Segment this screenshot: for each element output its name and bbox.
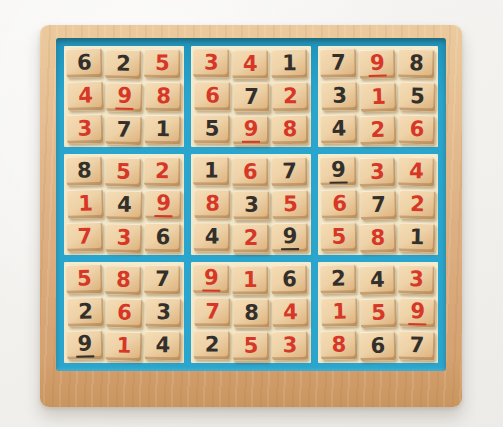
sudoku-tile[interactable]: 4 [67,81,104,111]
sudoku-tile[interactable]: 4 [194,222,230,251]
tile-digit: 2 [244,227,259,248]
tile-digit: 9 [242,118,260,142]
tile-digit: 3 [370,161,385,183]
tile-digit: 3 [156,302,171,324]
sudoku-tile[interactable]: 8 [66,156,103,186]
sudoku-tile[interactable]: 3 [145,298,182,328]
sudoku-tile[interactable]: 5 [144,49,181,79]
tile-digit: 6 [156,227,171,249]
grid-block: 934672581 [318,154,438,255]
tile-digit: 8 [332,334,347,356]
tile-digit: 7 [331,52,346,74]
sudoku-tile[interactable]: 1 [360,82,397,112]
tile-digit: 6 [332,193,347,215]
tile-digit: 8 [116,269,131,291]
sudoku-tile[interactable]: 2 [399,190,436,220]
sudoku-tile[interactable]: 8 [105,265,142,295]
sudoku-tile[interactable]: 6 [399,115,436,145]
sudoku-tile[interactable]: 2 [320,264,357,294]
tile-digit: 8 [244,302,259,323]
tile-digit: 1 [282,53,297,75]
grid-block: 852149736 [64,154,184,255]
tile-digit: 6 [409,119,424,141]
sudoku-tile[interactable]: 2 [233,224,269,253]
grid-block: 625498371 [64,46,184,147]
sudoku-tile[interactable]: 2 [272,82,308,111]
sudoku-tile[interactable]: 1 [321,297,358,327]
tile-digit: 3 [283,335,298,357]
tile-digit: 1 [332,301,347,323]
tile-digit: 8 [409,53,424,75]
tile-digit: 2 [410,194,425,216]
sudoku-tile[interactable]: 1 [232,266,268,295]
tile-digit: 9 [76,332,94,357]
sudoku-tile[interactable]: 7 [320,48,357,78]
tile-digit: 3 [77,118,92,140]
sudoku-tile[interactable]: 4 [359,265,396,295]
sudoku-tile[interactable]: 6 [360,331,397,361]
sudoku-tile[interactable]: 9 [359,49,396,79]
sudoku-tile[interactable]: 7 [106,115,143,145]
tile-digit: 5 [205,118,220,140]
tile-digit: 8 [205,193,220,215]
tile-digit: 1 [371,86,386,108]
tile-digit: 4 [243,53,258,74]
tile-digit: 3 [332,85,347,107]
tile-digit: 9 [281,225,299,250]
tile-digit: 4 [156,335,171,357]
sudoku-tile[interactable]: 6 [106,298,143,328]
sudoku-tile[interactable]: 7 [144,265,181,295]
tile-digit: 4 [117,194,132,216]
tile-digit: 5 [116,161,131,183]
tile-digit: 6 [117,302,132,324]
sudoku-tile[interactable]: 3 [193,48,229,77]
sudoku-tile[interactable]: 1 [67,189,104,219]
tile-digit: 5 [155,53,170,75]
tile-digit: 8 [283,119,298,141]
tile-digit: 4 [205,226,220,248]
tile-digit: 4 [78,85,93,107]
tile-digit: 6 [77,52,92,74]
tile-digit: 6 [243,161,258,182]
sudoku-tile[interactable]: 9 [272,223,308,252]
sudoku-tile[interactable]: 6 [194,81,230,110]
tile-digit: 1 [409,227,424,249]
tile-digit: 2 [331,268,346,290]
sudoku-tile[interactable]: 7 [234,83,270,112]
sudoku-tile[interactable]: 5 [233,332,269,361]
sudoku-tile[interactable]: 6 [145,223,182,253]
sudoku-tile[interactable]: 3 [67,114,104,144]
sudoku-tile[interactable]: 8 [398,49,435,79]
sudoku-tile[interactable]: 2 [194,330,230,359]
tile-digit: 2 [78,301,93,323]
grid-block: 167835429 [191,154,311,255]
tile-digit: 2 [205,334,220,356]
tile-digit: 1 [243,269,258,290]
sudoku-tile[interactable]: 1 [193,156,229,185]
tile-digit: 5 [410,86,425,108]
sudoku-tile[interactable]: 6 [271,265,307,294]
sudoku-tile[interactable]: 5 [399,82,436,112]
tile-digit: 7 [371,194,386,216]
tile-digit: 2 [155,161,170,183]
sudoku-tile[interactable]: 1 [106,331,143,361]
tile-digit: 5 [283,194,298,216]
tile-digit: 4 [370,269,385,291]
sudoku-tile[interactable]: 3 [272,331,308,360]
sudoku-tile[interactable]: 9 [320,156,357,186]
sudoku-tile[interactable]: 4 [145,331,182,361]
tile-digit: 3 [204,52,219,74]
sudoku-tile[interactable]: 8 [234,299,270,328]
tile-digit: 5 [332,226,347,248]
sudoku-tile[interactable]: 2 [360,115,397,145]
tile-digit: 4 [332,118,347,140]
sudoku-tile[interactable]: 3 [234,191,270,220]
sudoku-tile[interactable]: 3 [398,265,435,295]
tile-digit: 7 [205,301,220,323]
sudoku-tile[interactable]: 4 [106,190,143,220]
sudoku-tile[interactable]: 4 [321,114,358,144]
tile-digit: 6 [205,85,220,107]
tile-digit: 3 [409,269,424,291]
tile-digit: 6 [370,335,385,357]
sudoku-tile[interactable]: 5 [360,298,397,328]
sudoku-tile[interactable]: 3 [106,223,143,253]
sudoku-board: 6254983713416725987983154268521497361678… [40,25,462,407]
tile-digit: 6 [282,269,297,291]
sudoku-tile[interactable]: 1 [271,49,307,78]
sudoku-tile[interactable]: 6 [321,189,358,219]
sudoku-tile[interactable]: 9 [233,116,269,145]
sudoku-tile[interactable]: 6 [66,48,103,78]
tile-digit: 1 [156,119,171,141]
tile-digit: 7 [116,119,131,141]
sudoku-tile[interactable]: 8 [194,189,230,218]
sudoku-tile[interactable]: 7 [360,190,397,220]
tile-digit: 1 [116,335,131,357]
tile-digit: 5 [244,335,259,356]
grid-block: 587263914 [64,262,184,363]
sudoku-tile[interactable]: 9 [145,190,182,220]
grid-block: 341672598 [191,46,311,147]
sudoku-tile[interactable]: 9 [399,298,436,328]
sudoku-tile[interactable]: 9 [67,330,104,360]
sudoku-tile[interactable]: 1 [399,223,436,253]
tile-digit: 9 [368,52,386,77]
sudoku-grid: 6254983713416725987983154268521497361678… [64,46,438,363]
sudoku-tile[interactable]: 5 [272,190,308,219]
tile-digit: 3 [116,227,131,249]
tile-digit: 4 [283,302,298,324]
grid-block: 243159867 [318,262,438,363]
sudoku-tile[interactable]: 5 [321,222,358,252]
sudoku-tile[interactable]: 7 [194,297,230,326]
tile-digit: 8 [370,227,385,249]
board-surface: 6254983713416725987983154268521497361678… [56,38,446,371]
tile-digit: 9 [155,192,173,217]
sudoku-tile[interactable]: 5 [105,157,142,187]
sudoku-tile[interactable]: 9 [193,264,229,293]
tile-digit: 7 [244,86,259,107]
sudoku-tile[interactable]: 7 [67,222,104,252]
sudoku-tile[interactable]: 6 [232,158,268,187]
sudoku-tile[interactable]: 8 [321,330,358,360]
sudoku-tile[interactable]: 3 [321,81,358,111]
sudoku-tile[interactable]: 8 [360,223,397,253]
tile-digit: 7 [409,335,424,357]
sudoku-tile[interactable]: 4 [272,298,308,327]
grid-block: 798315426 [318,46,438,147]
sudoku-tile[interactable]: 5 [194,114,230,143]
tile-digit: 7 [77,226,92,248]
tile-digit: 9 [202,267,220,292]
tile-digit: 9 [115,85,133,110]
tile-digit: 9 [408,300,426,325]
tile-digit: 1 [78,193,93,215]
sudoku-tile[interactable]: 8 [145,82,182,112]
sudoku-tile[interactable]: 9 [106,82,143,112]
sudoku-tile[interactable]: 2 [144,157,181,187]
tile-digit: 5 [77,268,92,290]
tile-digit: 9 [329,159,347,184]
sudoku-tile[interactable]: 3 [359,157,396,187]
sudoku-tile[interactable]: 2 [105,49,142,79]
tile-digit: 2 [116,53,131,75]
tile-digit: 1 [204,160,219,182]
tile-digit: 2 [370,119,385,141]
sudoku-tile[interactable]: 4 [232,50,268,79]
sudoku-tile[interactable]: 2 [67,297,104,327]
sudoku-tile[interactable]: 8 [272,115,308,144]
tile-digit: 7 [282,161,297,183]
sudoku-tile[interactable]: 4 [398,157,435,187]
tile-digit: 3 [244,194,259,215]
tile-digit: 4 [409,161,424,183]
grid-block: 916784253 [191,262,311,363]
tile-digit: 7 [155,269,170,291]
sudoku-tile[interactable]: 7 [271,157,307,186]
sudoku-tile[interactable]: 7 [399,331,436,361]
photo-background: 6254983713416725987983154268521497361678… [0,0,503,427]
tile-digit: 5 [371,302,386,324]
tile-digit: 8 [156,86,171,108]
tile-digit: 8 [77,160,92,182]
sudoku-tile[interactable]: 1 [145,115,182,145]
sudoku-tile[interactable]: 5 [66,264,103,294]
tile-digit: 2 [283,86,298,108]
